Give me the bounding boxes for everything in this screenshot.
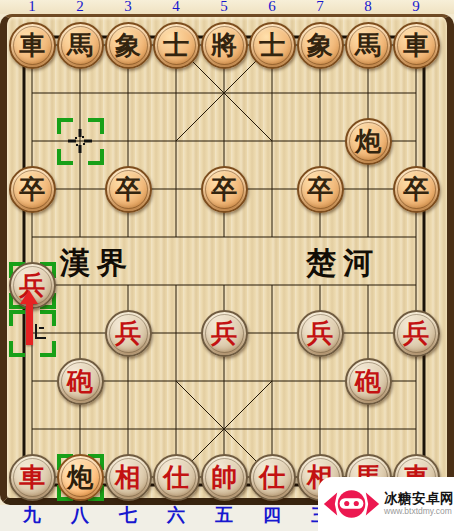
piece-glyph: 砲 bbox=[67, 367, 93, 396]
column-label: 八 bbox=[56, 506, 104, 530]
piece-black-soldier[interactable]: 卒 bbox=[105, 166, 152, 213]
piece-black-soldier[interactable]: 卒 bbox=[201, 166, 248, 213]
piece-glyph: 象 bbox=[115, 31, 141, 60]
column-label: 五 bbox=[200, 506, 248, 530]
piece-glyph: 兵 bbox=[115, 319, 141, 348]
piece-red-advisor[interactable]: 仕 bbox=[153, 454, 200, 501]
piece-glyph: 帥 bbox=[211, 463, 237, 492]
piece-glyph: 卒 bbox=[307, 175, 333, 204]
arrow-head-icon bbox=[20, 290, 38, 304]
piece-red-cannon[interactable]: 砲 bbox=[345, 358, 392, 405]
piece-black-elephant[interactable]: 象 bbox=[297, 22, 344, 69]
column-label: 5 bbox=[200, 0, 248, 15]
watermark-site-url: www.btxtdmy.com bbox=[384, 507, 454, 517]
piece-black-cannon[interactable]: 炮 bbox=[345, 118, 392, 165]
piece-glyph: 卒 bbox=[211, 175, 237, 204]
piece-glyph: 兵 bbox=[211, 319, 237, 348]
piece-red-elephant[interactable]: 相 bbox=[105, 454, 152, 501]
cursor-fragment-icon bbox=[35, 324, 46, 339]
piece-black-advisor[interactable]: 士 bbox=[153, 22, 200, 69]
piece-red-soldier[interactable]: 兵 bbox=[297, 310, 344, 357]
column-label: 7 bbox=[296, 0, 344, 15]
piece-red-soldier[interactable]: 兵 bbox=[105, 310, 152, 357]
piece-black-cannon[interactable]: 炮 bbox=[57, 454, 104, 501]
piece-glyph: 車 bbox=[403, 31, 429, 60]
column-label: 1 bbox=[8, 0, 56, 15]
piece-red-soldier[interactable]: 兵 bbox=[201, 310, 248, 357]
watermark: 冰糖安卓网 www.btxtdmy.com bbox=[318, 477, 454, 531]
piece-black-horse[interactable]: 馬 bbox=[57, 22, 104, 69]
piece-glyph: 象 bbox=[307, 31, 333, 60]
piece-glyph: 兵 bbox=[403, 319, 429, 348]
piece-glyph: 士 bbox=[259, 31, 285, 60]
piece-red-chariot[interactable]: 車 bbox=[9, 454, 56, 501]
piece-glyph: 兵 bbox=[307, 319, 333, 348]
piece-black-soldier[interactable]: 卒 bbox=[9, 166, 56, 213]
piece-glyph: 馬 bbox=[355, 31, 381, 60]
column-label: 九 bbox=[8, 506, 56, 530]
column-label: 2 bbox=[56, 0, 104, 15]
piece-black-elephant[interactable]: 象 bbox=[105, 22, 152, 69]
piece-glyph: 炮 bbox=[355, 127, 381, 156]
piece-glyph: 車 bbox=[19, 463, 45, 492]
piece-glyph: 卒 bbox=[19, 175, 45, 204]
piece-red-cannon[interactable]: 砲 bbox=[57, 358, 104, 405]
column-label: 9 bbox=[392, 0, 440, 15]
piece-glyph: 仕 bbox=[163, 463, 189, 492]
piece-black-soldier[interactable]: 卒 bbox=[297, 166, 344, 213]
watermark-site-name: 冰糖安卓网 bbox=[384, 491, 454, 507]
column-label: 3 bbox=[104, 0, 152, 15]
xiangqi-app: 123456789 漢界 楚河 車馬象士將士象馬車炮卒卒卒卒卒炮兵兵兵兵兵砲砲車… bbox=[0, 0, 454, 531]
piece-glyph: 將 bbox=[211, 31, 237, 60]
piece-glyph: 士 bbox=[163, 31, 189, 60]
piece-glyph: 車 bbox=[19, 31, 45, 60]
column-label: 四 bbox=[248, 506, 296, 530]
column-label: 六 bbox=[152, 506, 200, 530]
column-label: 6 bbox=[248, 0, 296, 15]
piece-red-soldier[interactable]: 兵 bbox=[393, 310, 440, 357]
cursor-crosshair-icon bbox=[65, 126, 95, 156]
piece-glyph: 卒 bbox=[403, 175, 429, 204]
piece-red-advisor[interactable]: 仕 bbox=[249, 454, 296, 501]
piece-black-chariot[interactable]: 車 bbox=[9, 22, 56, 69]
piece-glyph: 相 bbox=[115, 463, 141, 492]
column-label: 七 bbox=[104, 506, 152, 530]
piece-black-horse[interactable]: 馬 bbox=[345, 22, 392, 69]
piece-glyph: 砲 bbox=[355, 367, 381, 396]
piece-glyph: 炮 bbox=[67, 463, 93, 492]
piece-black-soldier[interactable]: 卒 bbox=[393, 166, 440, 213]
column-label: 8 bbox=[344, 0, 392, 15]
piece-glyph: 馬 bbox=[67, 31, 93, 60]
piece-black-advisor[interactable]: 士 bbox=[249, 22, 296, 69]
column-label: 4 bbox=[152, 0, 200, 15]
piece-red-general[interactable]: 帥 bbox=[201, 454, 248, 501]
column-labels-top: 123456789 bbox=[8, 0, 440, 14]
candy-logo-icon bbox=[321, 484, 382, 524]
piece-glyph: 卒 bbox=[115, 175, 141, 204]
piece-black-general[interactable]: 將 bbox=[201, 22, 248, 69]
piece-glyph: 仕 bbox=[259, 463, 285, 492]
board-points-grid[interactable]: 車馬象士將士象馬車炮卒卒卒卒卒炮兵兵兵兵兵砲砲車相仕帥仕相馬車 bbox=[8, 21, 440, 501]
arrow-shaft bbox=[26, 304, 33, 345]
piece-black-chariot[interactable]: 車 bbox=[393, 22, 440, 69]
